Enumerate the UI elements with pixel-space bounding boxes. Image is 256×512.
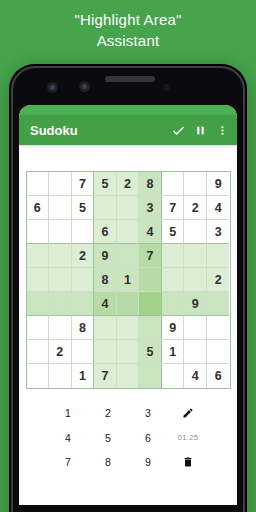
cell-r6c3[interactable]	[72, 292, 95, 316]
numpad-2[interactable]: 2	[105, 407, 111, 419]
trash-icon[interactable]	[182, 456, 195, 469]
cell-r5c7[interactable]	[162, 268, 185, 292]
numpad-4[interactable]: 4	[65, 432, 71, 444]
cell-r4c4[interactable]: 9	[94, 244, 117, 268]
cell-r7c9[interactable]	[207, 316, 230, 340]
cell-r1c4[interactable]: 5	[94, 172, 117, 196]
cell-r9c5[interactable]	[117, 364, 140, 388]
sudoku-board: 75289653724645329781249892511746	[26, 171, 231, 389]
cell-r5c5[interactable]: 1	[117, 268, 140, 292]
cell-r4c6[interactable]: 7	[139, 244, 162, 268]
numpad-8[interactable]: 8	[105, 456, 111, 468]
cell-r7c3[interactable]: 8	[72, 316, 95, 340]
cell-r5c6[interactable]	[139, 268, 162, 292]
cell-r9c6[interactable]	[139, 364, 162, 388]
cell-r2c2[interactable]	[49, 196, 72, 220]
front-camera-icon	[47, 82, 58, 93]
cell-r2c6[interactable]: 3	[139, 196, 162, 220]
cell-r7c2[interactable]	[49, 316, 72, 340]
pause-icon[interactable]	[189, 119, 211, 141]
cell-r2c7[interactable]: 7	[162, 196, 185, 220]
app-bar: Sudoku	[19, 115, 237, 145]
cell-r1c7[interactable]	[162, 172, 185, 196]
front-camera2-icon	[79, 81, 90, 92]
cell-r2c3[interactable]: 5	[72, 196, 95, 220]
cell-r8c2[interactable]: 2	[49, 340, 72, 364]
cell-r6c7[interactable]	[162, 292, 185, 316]
cell-r8c5[interactable]	[117, 340, 140, 364]
numpad-5[interactable]: 5	[105, 432, 111, 444]
cell-r3c9[interactable]: 3	[207, 220, 230, 244]
proximity-sensor-icon	[163, 84, 170, 91]
cell-r7c7[interactable]: 9	[162, 316, 185, 340]
cell-r5c3[interactable]	[72, 268, 95, 292]
cell-r9c1[interactable]	[27, 364, 50, 388]
cell-r8c6[interactable]: 5	[139, 340, 162, 364]
cell-r1c1[interactable]	[27, 172, 50, 196]
cell-r6c1[interactable]	[27, 292, 50, 316]
cell-r5c8[interactable]	[184, 268, 207, 292]
cell-r4c7[interactable]	[162, 244, 185, 268]
cell-r8c4[interactable]	[94, 340, 117, 364]
cell-r1c5[interactable]: 2	[117, 172, 140, 196]
cell-r1c3[interactable]: 7	[72, 172, 95, 196]
cell-r6c9[interactable]	[207, 292, 230, 316]
assistant-title: "Highlight Area" Assistant	[0, 9, 256, 51]
cell-r4c9[interactable]	[207, 244, 230, 268]
phone-frame: Sudoku 75289653724645329781249892511746 …	[9, 64, 247, 512]
cell-r3c7[interactable]: 5	[162, 220, 185, 244]
cell-r7c1[interactable]	[27, 316, 50, 340]
phone-screen: Sudoku 75289653724645329781249892511746 …	[19, 105, 237, 505]
numpad-1[interactable]: 1	[65, 407, 71, 419]
numpad-3[interactable]: 3	[145, 407, 151, 419]
cell-r8c9[interactable]	[207, 340, 230, 364]
cell-r3c8[interactable]	[184, 220, 207, 244]
cell-r6c2[interactable]	[49, 292, 72, 316]
earpiece-speaker	[105, 76, 155, 82]
cell-r3c3[interactable]	[72, 220, 95, 244]
cell-r1c6[interactable]: 8	[139, 172, 162, 196]
cell-r1c8[interactable]	[184, 172, 207, 196]
cell-r4c2[interactable]	[49, 244, 72, 268]
status-bar	[19, 105, 237, 115]
cell-r9c9[interactable]: 6	[207, 364, 230, 388]
cell-r8c7[interactable]: 1	[162, 340, 185, 364]
cell-r9c8[interactable]: 4	[184, 364, 207, 388]
cell-r3c1[interactable]	[27, 220, 50, 244]
numpad-9[interactable]: 9	[145, 456, 151, 468]
cell-r6c8[interactable]: 9	[184, 292, 207, 316]
numpad-7[interactable]: 7	[65, 456, 71, 468]
cell-r9c4[interactable]: 7	[94, 364, 117, 388]
cell-r9c7[interactable]	[162, 364, 185, 388]
check-icon[interactable]	[167, 119, 189, 141]
cell-r3c6[interactable]: 4	[139, 220, 162, 244]
more-vert-icon[interactable]	[211, 119, 233, 141]
assistant-title-line2: Assistant	[0, 30, 256, 51]
cell-r7c8[interactable]	[184, 316, 207, 340]
cell-r3c4[interactable]: 6	[94, 220, 117, 244]
cell-r1c9[interactable]: 9	[207, 172, 230, 196]
cell-r2c5[interactable]	[117, 196, 140, 220]
cell-r6c5[interactable]	[117, 292, 140, 316]
app-title: Sudoku	[30, 123, 167, 138]
cell-r4c3[interactable]: 2	[72, 244, 95, 268]
cell-r4c8[interactable]	[184, 244, 207, 268]
cell-r2c8[interactable]: 2	[184, 196, 207, 220]
cell-r8c8[interactable]	[184, 340, 207, 364]
cell-r2c9[interactable]: 4	[207, 196, 230, 220]
cell-r9c3[interactable]: 1	[72, 364, 95, 388]
cell-r8c3[interactable]	[72, 340, 95, 364]
number-pad: 1 2 3 4 5 6 01:25 7 8 9	[48, 401, 208, 475]
cell-r5c9[interactable]: 2	[207, 268, 230, 292]
cell-r4c1[interactable]	[27, 244, 50, 268]
cell-r6c6[interactable]	[139, 292, 162, 316]
cell-r7c4[interactable]	[94, 316, 117, 340]
cell-r3c5[interactable]	[117, 220, 140, 244]
cell-r2c1[interactable]: 6	[27, 196, 50, 220]
pencil-icon[interactable]	[182, 407, 195, 420]
cell-r7c5[interactable]	[117, 316, 140, 340]
assistant-title-line1: "Highlight Area"	[0, 9, 256, 30]
cell-r5c4[interactable]: 8	[94, 268, 117, 292]
cell-r6c4[interactable]: 4	[94, 292, 117, 316]
cell-r3c2[interactable]	[49, 220, 72, 244]
cell-r7c6[interactable]	[139, 316, 162, 340]
cell-r8c1[interactable]	[27, 340, 50, 364]
numpad-6[interactable]: 6	[145, 432, 151, 444]
cell-r5c1[interactable]	[27, 268, 50, 292]
cell-r5c2[interactable]	[49, 268, 72, 292]
timer-label: 01:25	[178, 433, 198, 442]
cell-r4c5[interactable]	[117, 244, 140, 268]
cell-r2c4[interactable]	[94, 196, 117, 220]
cell-r9c2[interactable]	[49, 364, 72, 388]
cell-r1c2[interactable]	[49, 172, 72, 196]
